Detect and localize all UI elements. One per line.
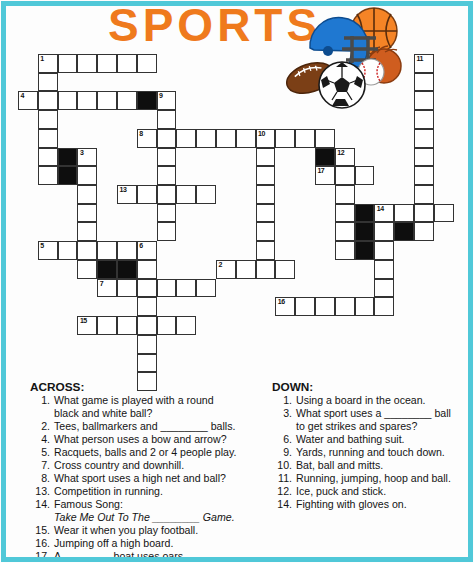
- clue-list-number: 2.: [30, 420, 54, 433]
- clue-number: 1: [40, 55, 43, 63]
- clue-number: 9: [159, 92, 162, 100]
- grid-cell[interactable]: [374, 241, 394, 260]
- clue-number: 11: [416, 55, 422, 63]
- down-clue-list: 1.Using a board in the ocean.3.What spor…: [272, 394, 469, 511]
- across-clues-section: ACROSS: 1.What game is played with a rou…: [30, 381, 274, 563]
- grid-cell[interactable]: [58, 241, 78, 260]
- black-cell: [355, 204, 375, 223]
- grid-cell[interactable]: [117, 91, 137, 110]
- black-cell: [97, 260, 117, 279]
- clue-number: 3: [80, 149, 83, 157]
- clue-list-number: 14.: [30, 498, 54, 524]
- grid-cell[interactable]: [335, 222, 355, 241]
- clue-list-number: 10.: [272, 459, 296, 472]
- clue-list-number: 1.: [30, 394, 54, 420]
- grid-cell[interactable]: 7: [97, 279, 117, 298]
- across-clue-16: 16.Jumping off a high board.: [30, 537, 274, 550]
- grid-cell[interactable]: [176, 316, 196, 335]
- black-cell: [355, 222, 375, 241]
- clue-text: Running, jumping, hoop and ball.: [296, 472, 469, 485]
- clue-text: Using a board in the ocean.: [296, 394, 469, 407]
- grid-cell[interactable]: [394, 204, 414, 223]
- across-clue-4: 4.What person uses a bow and arrow?: [30, 433, 274, 446]
- black-cell: [58, 166, 78, 185]
- clue-list-number: 12.: [272, 485, 296, 498]
- grid-cell[interactable]: [335, 166, 355, 185]
- grid-cell[interactable]: [157, 279, 177, 298]
- grid-cell[interactable]: [137, 316, 157, 335]
- grid-cell[interactable]: [58, 54, 78, 73]
- down-clue-9: 9.Yards, running and touch down.: [272, 446, 469, 459]
- grid-cell[interactable]: [137, 354, 157, 373]
- grid-cell[interactable]: 16: [275, 297, 295, 316]
- across-clue-2: 2.Tees, ballmarkers and ________ balls.: [30, 420, 274, 433]
- grid-cell[interactable]: [38, 110, 58, 129]
- clue-text-italic: Take Me Out To The ________ Game.: [54, 511, 235, 523]
- clue-text: Tees, ballmarkers and ________ balls.: [54, 420, 274, 433]
- grid-cell[interactable]: [157, 129, 177, 148]
- grid-cell[interactable]: [157, 204, 177, 223]
- grid-cell[interactable]: [117, 54, 137, 73]
- clue-number: 14: [377, 205, 384, 213]
- black-cell: [117, 260, 137, 279]
- clue-text: Cross country and downhill.: [54, 459, 274, 472]
- grid-cell[interactable]: [414, 110, 434, 129]
- grid-cell[interactable]: [97, 91, 117, 110]
- grid-cell[interactable]: 5: [38, 241, 58, 260]
- grid-cell[interactable]: [374, 222, 394, 241]
- clue-list-number: 11.: [272, 472, 296, 485]
- soccer-ball-icon: [319, 62, 365, 108]
- clue-text: What sport uses a ________ ball to get s…: [296, 407, 469, 433]
- grid-cell[interactable]: [117, 316, 137, 335]
- clue-list-number: 7.: [30, 459, 54, 472]
- across-clue-list: 1.What game is played with a round black…: [30, 394, 274, 563]
- grid-cell[interactable]: [256, 260, 276, 279]
- grid-cell[interactable]: [236, 129, 256, 148]
- black-cell: [394, 222, 414, 241]
- grid-cell[interactable]: [196, 129, 216, 148]
- grid-cell[interactable]: [414, 148, 434, 167]
- clue-number: 15: [80, 317, 87, 325]
- grid-cell[interactable]: [256, 241, 276, 260]
- clue-text: What person uses a bow and arrow?: [54, 433, 274, 446]
- grid-cell[interactable]: [176, 279, 196, 298]
- grid-cell[interactable]: [236, 260, 256, 279]
- grid-cell[interactable]: [77, 204, 97, 223]
- grid-cell[interactable]: [434, 204, 454, 223]
- grid-cell[interactable]: [137, 54, 157, 73]
- grid-cell[interactable]: [256, 185, 276, 204]
- grid-cell[interactable]: [77, 260, 97, 279]
- grid-cell[interactable]: [374, 297, 394, 316]
- worksheet-page: SPORTS: [0, 0, 474, 563]
- grid-cell[interactable]: [414, 166, 434, 185]
- grid-cell[interactable]: [157, 185, 177, 204]
- grid-cell[interactable]: [77, 241, 97, 260]
- clue-list-number: 14.: [272, 498, 296, 511]
- clue-list-number: 6.: [272, 433, 296, 446]
- across-clue-8: 8.What sport uses a high net and ball?: [30, 472, 274, 485]
- grid-cell[interactable]: 2: [216, 260, 236, 279]
- grid-cell[interactable]: [335, 204, 355, 223]
- grid-cell[interactable]: [176, 185, 196, 204]
- clue-text: Wear it when you play football.: [54, 524, 274, 537]
- grid-cell[interactable]: [414, 73, 434, 92]
- clue-list-number: 17.: [30, 550, 54, 563]
- clue-text: Water and bathing suit.: [296, 433, 469, 446]
- grid-cell[interactable]: [157, 222, 177, 241]
- grid-cell[interactable]: [414, 204, 434, 223]
- grid-cell[interactable]: 15: [77, 316, 97, 335]
- clue-text: Bat, ball and mitts.: [296, 459, 469, 472]
- clue-list-number: 13.: [30, 485, 54, 498]
- grid-cell[interactable]: [374, 260, 394, 279]
- grid-cell[interactable]: 11: [414, 54, 434, 73]
- down-clue-11: 11.Running, jumping, hoop and ball.: [272, 472, 469, 485]
- grid-cell[interactable]: 13: [117, 185, 137, 204]
- grid-cell[interactable]: [38, 166, 58, 185]
- across-clue-7: 7.Cross country and downhill.: [30, 459, 274, 472]
- grid-cell[interactable]: [157, 166, 177, 185]
- grid-cell[interactable]: [157, 316, 177, 335]
- grid-cell[interactable]: [355, 166, 375, 185]
- grid-cell[interactable]: [256, 148, 276, 167]
- clue-list-number: 4.: [30, 433, 54, 446]
- grid-cell[interactable]: [38, 148, 58, 167]
- clue-number: 5: [40, 242, 43, 250]
- grid-cell[interactable]: 17: [315, 166, 335, 185]
- clue-text: Fighting with gloves on.: [296, 498, 469, 511]
- grid-cell[interactable]: [414, 185, 434, 204]
- clue-list-number: 16.: [30, 537, 54, 550]
- clue-number: 13: [119, 186, 126, 194]
- grid-cell[interactable]: [157, 110, 177, 129]
- across-clue-5: 5.Racquets, balls and 2 or 4 people play…: [30, 446, 274, 459]
- grid-cell[interactable]: 10: [256, 129, 276, 148]
- grid-cell[interactable]: [77, 222, 97, 241]
- black-cell: [58, 148, 78, 167]
- sports-clipart: [286, 4, 402, 110]
- grid-cell[interactable]: 14: [374, 204, 394, 223]
- clue-list-number: 8.: [30, 472, 54, 485]
- grid-cell[interactable]: [315, 297, 335, 316]
- grid-cell[interactable]: [137, 260, 157, 279]
- clue-text: Competition in running.: [54, 485, 274, 498]
- down-clue-14: 14.Fighting with gloves on.: [272, 498, 469, 511]
- down-clue-3: 3.What sport uses a ________ ball to get…: [272, 407, 469, 433]
- grid-cell[interactable]: [77, 185, 97, 204]
- down-clue-10: 10.Bat, ball and mitts.: [272, 459, 469, 472]
- down-clue-12: 12.Ice, puck and stick.: [272, 485, 469, 498]
- grid-cell[interactable]: 9: [157, 91, 177, 110]
- grid-cell[interactable]: [335, 297, 355, 316]
- grid-cell[interactable]: [414, 91, 434, 110]
- grid-cell[interactable]: [137, 335, 157, 354]
- clue-number: 17: [317, 167, 324, 175]
- clue-text: Ice, puck and stick.: [296, 485, 469, 498]
- grid-cell[interactable]: [256, 204, 276, 223]
- grid-cell[interactable]: [97, 241, 117, 260]
- grid-cell[interactable]: [38, 129, 58, 148]
- grid-cell[interactable]: [196, 279, 216, 298]
- black-cell: [315, 148, 335, 167]
- across-heading: ACROSS:: [30, 381, 274, 394]
- grid-cell[interactable]: [414, 222, 434, 241]
- grid-cell[interactable]: [275, 260, 295, 279]
- clue-list-number: 15.: [30, 524, 54, 537]
- clue-number: 4: [21, 92, 24, 100]
- grid-cell[interactable]: [38, 91, 58, 110]
- grid-cell[interactable]: [38, 73, 58, 92]
- clue-list-number: 3.: [272, 407, 296, 433]
- grid-cell[interactable]: 6: [137, 241, 157, 260]
- grid-cell[interactable]: 1: [38, 54, 58, 73]
- clue-number: 16: [278, 298, 285, 306]
- clue-number: 7: [100, 280, 103, 288]
- clue-number: 6: [139, 242, 142, 250]
- down-clue-1: 1.Using a board in the ocean.: [272, 394, 469, 407]
- grid-cell[interactable]: [295, 129, 315, 148]
- clue-number: 10: [258, 130, 265, 138]
- grid-cell[interactable]: [414, 129, 434, 148]
- grid-cell[interactable]: [335, 241, 355, 260]
- grid-cell[interactable]: [77, 91, 97, 110]
- grid-cell[interactable]: [355, 297, 375, 316]
- clue-list-number: 5.: [30, 446, 54, 459]
- grid-cell[interactable]: [137, 185, 157, 204]
- down-clue-6: 6.Water and bathing suit.: [272, 433, 469, 446]
- grid-cell[interactable]: [117, 241, 137, 260]
- grid-cell[interactable]: 3: [77, 148, 97, 167]
- black-cell: [355, 241, 375, 260]
- grid-cell[interactable]: 8: [137, 129, 157, 148]
- grid-cell[interactable]: [216, 129, 236, 148]
- grid-cell[interactable]: 12: [335, 148, 355, 167]
- grid-cell[interactable]: 4: [18, 91, 38, 110]
- grid-cell[interactable]: [137, 297, 157, 316]
- across-clue-13: 13.Competition in running.: [30, 485, 274, 498]
- grid-cell[interactable]: [77, 54, 97, 73]
- grid-cell[interactable]: [97, 54, 117, 73]
- grid-cell[interactable]: [157, 148, 177, 167]
- across-clue-14: 14.Famous Song: Take Me Out To The _____…: [30, 498, 274, 524]
- across-clue-17: 17.A ________ boat uses oars.: [30, 550, 274, 563]
- clue-number: 12: [337, 149, 344, 157]
- clue-text: A ________ boat uses oars.: [54, 550, 274, 563]
- down-heading: DOWN:: [272, 381, 469, 394]
- grid-cell[interactable]: [275, 129, 295, 148]
- grid-cell[interactable]: [176, 129, 196, 148]
- grid-cell[interactable]: [374, 279, 394, 298]
- clue-text: Famous Song: Take Me Out To The ________…: [54, 498, 274, 524]
- down-clues-section: DOWN: 1.Using a board in the ocean.3.Wha…: [272, 381, 469, 511]
- grid-cell[interactable]: [196, 185, 216, 204]
- grid-cell[interactable]: [77, 166, 97, 185]
- grid-cell[interactable]: [295, 297, 315, 316]
- grid-cell[interactable]: [117, 279, 137, 298]
- clue-number: 8: [139, 130, 142, 138]
- grid-cell[interactable]: [315, 129, 335, 148]
- grid-cell[interactable]: [97, 316, 117, 335]
- clue-text: Jumping off a high board.: [54, 537, 274, 550]
- across-clue-1: 1.What game is played with a round black…: [30, 394, 274, 420]
- black-cell: [137, 91, 157, 110]
- clue-text: What game is played with a round black a…: [54, 394, 274, 420]
- grid-cell[interactable]: [256, 166, 276, 185]
- clue-text: Yards, running and touch down.: [296, 446, 469, 459]
- clue-text: What sport uses a high net and ball?: [54, 472, 274, 485]
- clue-list-number: 1.: [272, 394, 296, 407]
- across-clue-15: 15.Wear it when you play football.: [30, 524, 274, 537]
- grid-cell[interactable]: [137, 279, 157, 298]
- clue-text: Racquets, balls and 2 or 4 people play.: [54, 446, 274, 459]
- grid-cell[interactable]: [58, 91, 78, 110]
- grid-cell[interactable]: [256, 222, 276, 241]
- grid-cell[interactable]: [335, 185, 355, 204]
- clue-list-number: 9.: [272, 446, 296, 459]
- clue-number: 2: [218, 261, 221, 269]
